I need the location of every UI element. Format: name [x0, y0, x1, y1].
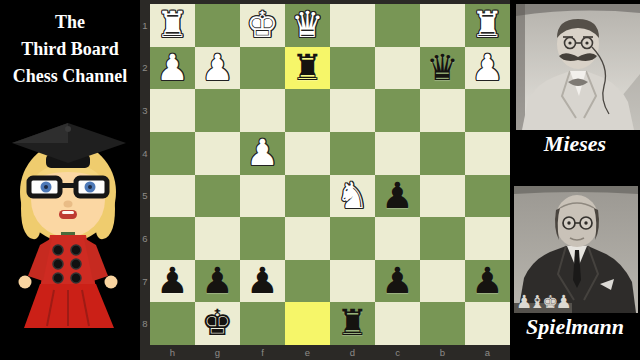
channel-title: The Third Board Chess Channel: [0, 0, 140, 90]
square-e5[interactable]: [285, 175, 330, 218]
square-b7[interactable]: [420, 260, 465, 303]
left-panel: The Third Board Chess Channel: [0, 0, 140, 360]
square-g8[interactable]: ♚: [195, 302, 240, 345]
player-name-top: Mieses: [510, 131, 640, 157]
chess-board: ♜♚♛♜♟♟♜♛♟♟♞♟♟♟♟♟♟♚♜: [150, 4, 510, 345]
square-h7[interactable]: ♟: [150, 260, 195, 303]
file-label-c: c: [375, 345, 420, 360]
file-labels: hgfedcba: [150, 345, 510, 360]
mascot-left-hand: [19, 276, 32, 289]
square-c8[interactable]: [375, 302, 420, 345]
file-label-e: e: [285, 345, 330, 360]
rank-label-8: 8: [140, 302, 150, 345]
square-b2[interactable]: ♛: [420, 47, 465, 90]
square-f3[interactable]: [240, 89, 285, 132]
piece-black-pawn[interactable]: ♟: [150, 260, 195, 303]
file-label-g: g: [195, 345, 240, 360]
square-a1[interactable]: ♜: [465, 4, 510, 47]
square-h4[interactable]: [150, 132, 195, 175]
player-name-bottom: Spielmann: [510, 314, 640, 340]
piece-black-king[interactable]: ♚: [195, 302, 240, 345]
square-b5[interactable]: [420, 175, 465, 218]
file-label-f: f: [240, 345, 285, 360]
mascot-mouth: [59, 210, 77, 219]
square-d2[interactable]: [330, 47, 375, 90]
square-a4[interactable]: [465, 132, 510, 175]
mascot-face: [31, 163, 105, 237]
red-gown: [24, 235, 114, 328]
rank-label-2: 2: [140, 47, 150, 90]
square-h3[interactable]: [150, 89, 195, 132]
piece-black-pawn[interactable]: ♟: [375, 175, 420, 218]
piece-white-pawn[interactable]: ♟: [465, 47, 510, 90]
square-g7[interactable]: ♟: [195, 260, 240, 303]
graduation-cap-icon: [12, 123, 126, 168]
square-e6[interactable]: [285, 217, 330, 260]
square-b1[interactable]: [420, 4, 465, 47]
square-e8[interactable]: [285, 302, 330, 345]
square-a5[interactable]: [465, 175, 510, 218]
rank-label-6: 6: [140, 217, 150, 260]
square-d7[interactable]: [330, 260, 375, 303]
piece-black-pawn[interactable]: ♟: [375, 260, 420, 303]
square-c7[interactable]: ♟: [375, 260, 420, 303]
piece-white-pawn[interactable]: ♟: [240, 132, 285, 175]
piece-black-rook[interactable]: ♜: [285, 47, 330, 90]
square-g1[interactable]: [195, 4, 240, 47]
square-e7[interactable]: [285, 260, 330, 303]
square-c4[interactable]: [375, 132, 420, 175]
square-h8[interactable]: [150, 302, 195, 345]
file-label-b: b: [420, 345, 465, 360]
mascot-avatar: [10, 120, 130, 334]
square-d8[interactable]: ♜: [330, 302, 375, 345]
svg-text:♟♝♚♟: ♟♝♚♟: [516, 291, 569, 312]
square-c3[interactable]: [375, 89, 420, 132]
square-h2[interactable]: ♟: [150, 47, 195, 90]
square-g5[interactable]: [195, 175, 240, 218]
square-d3[interactable]: [330, 89, 375, 132]
square-c6[interactable]: [375, 217, 420, 260]
mieses-photo: [516, 4, 640, 130]
file-label-a: a: [465, 345, 510, 360]
rank-label-3: 3: [140, 89, 150, 132]
channel-title-line-3: Chess Channel: [0, 63, 140, 90]
channel-title-line-2: Third Board: [0, 36, 140, 63]
square-d6[interactable]: [330, 217, 375, 260]
square-e4[interactable]: [285, 132, 330, 175]
square-d4[interactable]: [330, 132, 375, 175]
square-c1[interactable]: [375, 4, 420, 47]
file-label-h: h: [150, 345, 195, 360]
file-label-d: d: [330, 345, 375, 360]
channel-title-line-1: The: [0, 9, 140, 36]
video-frame: The Third Board Chess Channel: [0, 0, 640, 360]
right-panel: Mieses: [510, 0, 640, 360]
square-g3[interactable]: [195, 89, 240, 132]
piece-white-pawn[interactable]: ♟: [195, 47, 240, 90]
square-a2[interactable]: ♟: [465, 47, 510, 90]
square-b3[interactable]: [420, 89, 465, 132]
mascot-right-hand: [105, 276, 118, 289]
piece-black-rook[interactable]: ♜: [330, 302, 375, 345]
piece-white-king[interactable]: ♚: [240, 4, 285, 47]
rank-labels: 12345678: [140, 4, 150, 345]
square-e2[interactable]: ♜: [285, 47, 330, 90]
square-f4[interactable]: ♟: [240, 132, 285, 175]
rank-label-4: 4: [140, 132, 150, 175]
piece-white-knight[interactable]: ♞: [330, 175, 375, 218]
square-a8[interactable]: [465, 302, 510, 345]
piece-black-pawn[interactable]: ♟: [465, 260, 510, 303]
square-c5[interactable]: ♟: [375, 175, 420, 218]
square-a7[interactable]: ♟: [465, 260, 510, 303]
square-h1[interactable]: ♜: [150, 4, 195, 47]
piece-white-rook[interactable]: ♜: [150, 4, 195, 47]
square-d5[interactable]: ♞: [330, 175, 375, 218]
square-g2[interactable]: ♟: [195, 47, 240, 90]
square-e1[interactable]: ♛: [285, 4, 330, 47]
square-e3[interactable]: [285, 89, 330, 132]
square-f5[interactable]: [240, 175, 285, 218]
piece-white-pawn[interactable]: ♟: [150, 47, 195, 90]
piece-black-pawn[interactable]: ♟: [240, 260, 285, 303]
square-h5[interactable]: [150, 175, 195, 218]
piece-black-queen[interactable]: ♛: [420, 47, 465, 90]
square-d1[interactable]: [330, 4, 375, 47]
rank-label-5: 5: [140, 175, 150, 218]
square-f1[interactable]: ♚: [240, 4, 285, 47]
square-g6[interactable]: [195, 217, 240, 260]
square-f2[interactable]: [240, 47, 285, 90]
square-f8[interactable]: [240, 302, 285, 345]
spielmann-photo: ♟♝♚♟: [514, 186, 638, 313]
piece-black-pawn[interactable]: ♟: [195, 260, 240, 303]
rank-label-7: 7: [140, 260, 150, 303]
mascot-nose: [64, 201, 73, 208]
square-g4[interactable]: [195, 132, 240, 175]
square-b6[interactable]: [420, 217, 465, 260]
chess-board-area: 12345678 ♜♚♛♜♟♟♜♛♟♟♞♟♟♟♟♟♟♚♜ hgfedcba: [140, 0, 510, 360]
piece-white-rook[interactable]: ♜: [465, 4, 510, 47]
square-b8[interactable]: [420, 302, 465, 345]
square-h6[interactable]: [150, 217, 195, 260]
square-f6[interactable]: [240, 217, 285, 260]
square-f7[interactable]: ♟: [240, 260, 285, 303]
square-a6[interactable]: [465, 217, 510, 260]
piece-white-queen[interactable]: ♛: [285, 4, 330, 47]
square-a3[interactable]: [465, 89, 510, 132]
rank-label-1: 1: [140, 4, 150, 47]
square-c2[interactable]: [375, 47, 420, 90]
square-b4[interactable]: [420, 132, 465, 175]
